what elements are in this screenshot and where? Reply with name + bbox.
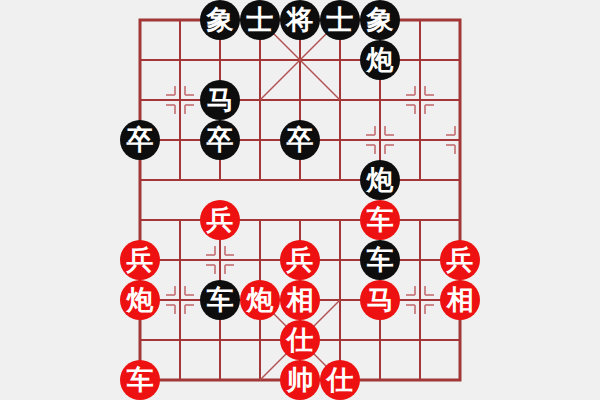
piece-red-chariot[interactable]: 车 [360,200,400,240]
piece-red-elephant[interactable]: 相 [280,280,320,320]
piece-red-horse[interactable]: 马 [360,280,400,320]
piece-black-soldier[interactable]: 卒 [120,120,160,160]
piece-black-chariot[interactable]: 车 [200,280,240,320]
xiangqi-board: 象士将士象炮马卒卒卒炮兵车兵兵车兵炮车炮相马相仕车帅仕 [0,0,600,400]
piece-black-general[interactable]: 将 [280,0,320,40]
piece-black-advisor[interactable]: 士 [320,0,360,40]
piece-black-elephant[interactable]: 象 [200,0,240,40]
piece-red-elephant[interactable]: 相 [440,280,480,320]
piece-black-horse[interactable]: 马 [200,80,240,120]
piece-red-cannon[interactable]: 炮 [240,280,280,320]
piece-layer: 象士将士象炮马卒卒卒炮兵车兵兵车兵炮车炮相马相仕车帅仕 [120,0,480,400]
piece-black-elephant[interactable]: 象 [360,0,400,40]
piece-red-soldier[interactable]: 兵 [200,200,240,240]
piece-red-advisor[interactable]: 仕 [320,360,360,400]
piece-red-general[interactable]: 帅 [280,360,320,400]
piece-red-chariot[interactable]: 车 [120,360,160,400]
piece-red-soldier[interactable]: 兵 [440,240,480,280]
piece-black-advisor[interactable]: 士 [240,0,280,40]
piece-black-cannon[interactable]: 炮 [360,160,400,200]
piece-red-cannon[interactable]: 炮 [120,280,160,320]
piece-red-soldier[interactable]: 兵 [120,240,160,280]
piece-black-cannon[interactable]: 炮 [360,40,400,80]
piece-black-soldier[interactable]: 卒 [200,120,240,160]
piece-black-chariot[interactable]: 车 [360,240,400,280]
piece-black-soldier[interactable]: 卒 [280,120,320,160]
piece-red-soldier[interactable]: 兵 [280,240,320,280]
piece-red-advisor[interactable]: 仕 [280,320,320,360]
